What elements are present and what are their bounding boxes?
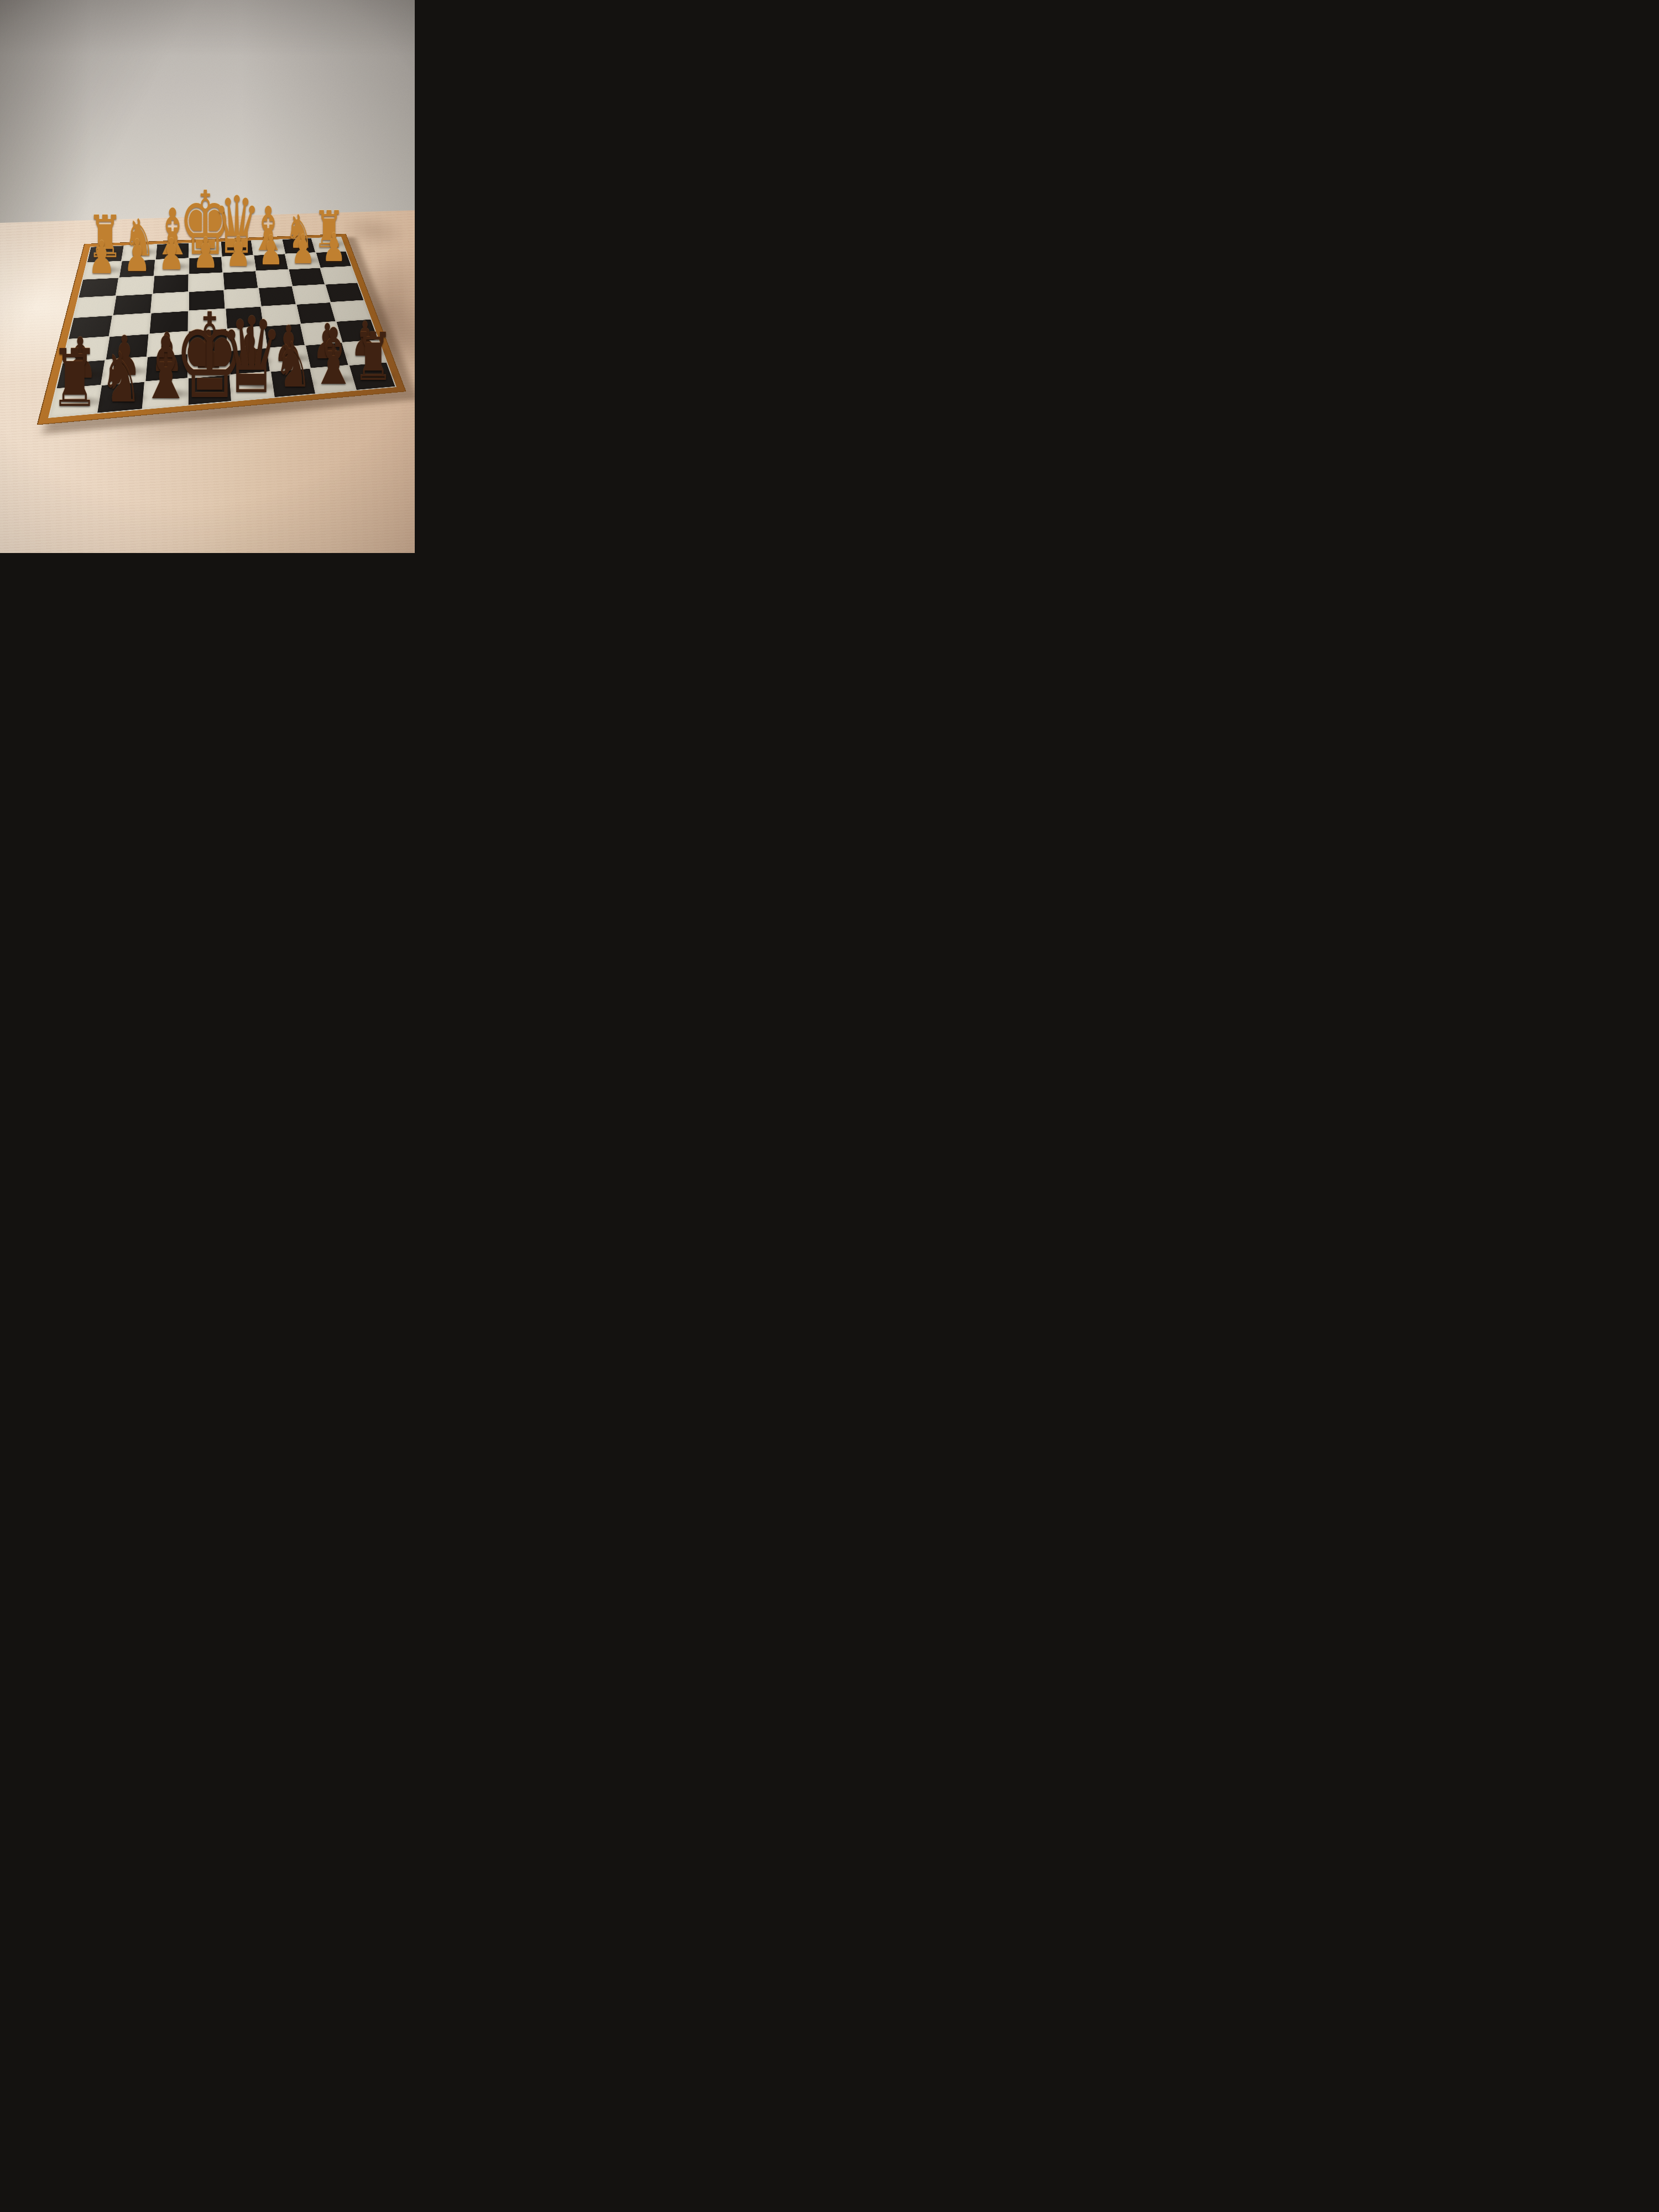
square-h8 <box>50 385 100 417</box>
square-c2 <box>254 254 288 270</box>
square-g8 <box>97 382 144 413</box>
square-f3 <box>153 274 188 293</box>
square-g3 <box>116 276 153 296</box>
square-h4 <box>74 296 115 317</box>
scene: ♜♞♝♚♛♝♞♜♟♟♟♟♟♟♟♟♟♟♟♟♟♟♟♟♜♞♝♚♛♞♝♜ <box>0 0 415 553</box>
square-b7 <box>306 343 348 368</box>
square-f6 <box>148 332 187 357</box>
square-c7 <box>268 346 310 371</box>
wall <box>0 0 415 243</box>
square-d5 <box>226 307 263 328</box>
square-b1 <box>282 238 315 254</box>
square-e3 <box>189 273 223 291</box>
square-e7 <box>189 351 229 378</box>
square-h6 <box>63 337 108 362</box>
square-a8 <box>349 363 395 390</box>
square-g2 <box>119 260 155 278</box>
square-h5 <box>69 316 112 339</box>
square-c3 <box>257 270 292 288</box>
square-g5 <box>109 314 150 336</box>
square-a6 <box>337 320 378 342</box>
square-b2 <box>285 253 320 269</box>
square-a1 <box>312 237 345 252</box>
square-g6 <box>106 334 149 359</box>
square-f4 <box>152 292 188 312</box>
square-h2 <box>84 261 121 279</box>
square-a4 <box>326 283 363 302</box>
square-a3 <box>321 267 357 284</box>
square-g1 <box>122 244 156 260</box>
square-a5 <box>331 300 371 321</box>
square-e5 <box>189 309 226 331</box>
square-d8 <box>231 372 274 401</box>
square-d4 <box>225 288 260 308</box>
square-d1 <box>221 241 253 256</box>
square-c8 <box>271 369 315 397</box>
square-f8 <box>143 379 187 409</box>
board-grid <box>48 237 397 418</box>
square-c6 <box>264 324 304 347</box>
square-a2 <box>316 251 351 267</box>
chess-board <box>37 234 406 425</box>
square-d7 <box>228 348 269 374</box>
square-h1 <box>87 246 123 262</box>
square-f7 <box>146 354 187 381</box>
square-b6 <box>301 322 341 345</box>
square-f1 <box>156 243 189 259</box>
square-g4 <box>113 294 152 315</box>
square-e2 <box>189 257 222 274</box>
square-e4 <box>189 290 225 311</box>
square-c4 <box>259 286 295 306</box>
square-e6 <box>189 329 227 353</box>
square-f2 <box>155 258 189 275</box>
square-d3 <box>223 271 258 289</box>
square-b8 <box>311 366 356 393</box>
square-b4 <box>293 285 330 304</box>
square-e8 <box>189 375 231 405</box>
square-d6 <box>227 327 267 351</box>
square-a7 <box>343 340 386 365</box>
square-b3 <box>289 268 325 286</box>
square-d2 <box>222 255 255 273</box>
square-c1 <box>252 239 285 255</box>
square-h3 <box>79 278 118 298</box>
square-h7 <box>57 360 105 388</box>
square-b5 <box>296 302 335 324</box>
square-c5 <box>262 305 300 326</box>
square-f5 <box>150 311 188 333</box>
square-g7 <box>102 357 147 385</box>
square-e1 <box>189 242 221 258</box>
